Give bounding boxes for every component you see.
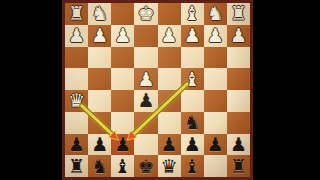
white-pawn-g2: ♟ <box>91 26 108 45</box>
video-frame: ♜♞♚♝♞♜♟♟♟♟♟♟♟♟♝♛♟♞♟♟♟♟♟♟♟♜♞♝♚♛♝♜ <box>0 0 320 180</box>
black-bishop-f8: ♝ <box>114 157 131 176</box>
black-king-e8: ♚ <box>137 157 154 176</box>
square-b7: ♟ <box>204 134 227 156</box>
white-knight-b1: ♞ <box>207 4 224 23</box>
square-c3 <box>181 47 204 69</box>
square-a5 <box>227 90 250 112</box>
square-b2: ♟ <box>204 25 227 47</box>
square-h7: ♟ <box>65 134 88 156</box>
white-knight-g1: ♞ <box>91 4 108 23</box>
square-g8: ♞ <box>88 155 111 177</box>
square-c5 <box>181 90 204 112</box>
black-pawn-b7: ♟ <box>207 135 224 154</box>
square-h4 <box>65 68 88 90</box>
square-f5 <box>111 90 134 112</box>
square-d2: ♟ <box>158 25 181 47</box>
square-h3 <box>65 47 88 69</box>
black-pawn-h7: ♟ <box>68 135 85 154</box>
white-pawn-d2: ♟ <box>161 26 178 45</box>
square-a4 <box>227 68 250 90</box>
square-b3 <box>204 47 227 69</box>
white-rook-a1: ♜ <box>230 4 247 23</box>
white-pawn-b2: ♟ <box>207 26 224 45</box>
square-d1 <box>158 3 181 25</box>
square-e6 <box>134 112 157 134</box>
square-d5 <box>158 90 181 112</box>
white-bishop-c1: ♝ <box>184 4 201 23</box>
square-f7: ♟ <box>111 134 134 156</box>
black-pawn-d7: ♟ <box>161 135 178 154</box>
square-d6 <box>158 112 181 134</box>
square-f8: ♝ <box>111 155 134 177</box>
square-f4 <box>111 68 134 90</box>
white-queen-h5: ♛ <box>68 91 85 110</box>
square-c6: ♞ <box>181 112 204 134</box>
square-c1: ♝ <box>181 3 204 25</box>
square-e5: ♟ <box>134 90 157 112</box>
square-a6 <box>227 112 250 134</box>
square-d7: ♟ <box>158 134 181 156</box>
square-c4: ♝ <box>181 68 204 90</box>
white-pawn-h2: ♟ <box>68 26 85 45</box>
black-pawn-f7: ♟ <box>114 135 131 154</box>
black-pawn-e5: ♟ <box>137 91 154 110</box>
square-f3 <box>111 47 134 69</box>
square-c7: ♟ <box>181 134 204 156</box>
black-rook-h8: ♜ <box>68 157 85 176</box>
square-h2: ♟ <box>65 25 88 47</box>
chess-board: ♜♞♚♝♞♜♟♟♟♟♟♟♟♟♝♛♟♞♟♟♟♟♟♟♟♜♞♝♚♛♝♜ <box>62 0 253 180</box>
black-pawn-a7: ♟ <box>230 135 247 154</box>
square-g4 <box>88 68 111 90</box>
black-bishop-c8: ♝ <box>184 157 201 176</box>
black-rook-a8: ♜ <box>230 157 247 176</box>
black-queen-d8: ♛ <box>161 157 178 176</box>
square-g5 <box>88 90 111 112</box>
square-d8: ♛ <box>158 155 181 177</box>
square-f1 <box>111 3 134 25</box>
square-g7: ♟ <box>88 134 111 156</box>
square-a7: ♟ <box>227 134 250 156</box>
black-knight-g8: ♞ <box>91 157 108 176</box>
square-e1: ♚ <box>134 3 157 25</box>
square-g2: ♟ <box>88 25 111 47</box>
square-g6 <box>88 112 111 134</box>
square-e7 <box>134 134 157 156</box>
square-b6 <box>204 112 227 134</box>
square-a8: ♜ <box>227 155 250 177</box>
square-h8: ♜ <box>65 155 88 177</box>
square-c2: ♟ <box>181 25 204 47</box>
square-a2: ♟ <box>227 25 250 47</box>
black-pawn-c7: ♟ <box>184 135 201 154</box>
square-g1: ♞ <box>88 3 111 25</box>
square-e3 <box>134 47 157 69</box>
black-pawn-g7: ♟ <box>91 135 108 154</box>
square-f6 <box>111 112 134 134</box>
square-b1: ♞ <box>204 3 227 25</box>
white-pawn-e4: ♟ <box>137 70 154 89</box>
white-bishop-c4: ♝ <box>184 70 201 89</box>
white-pawn-f2: ♟ <box>114 26 131 45</box>
square-b8 <box>204 155 227 177</box>
square-d4 <box>158 68 181 90</box>
square-g3 <box>88 47 111 69</box>
square-e4: ♟ <box>134 68 157 90</box>
white-king-e1: ♚ <box>137 4 154 23</box>
white-pawn-a2: ♟ <box>230 26 247 45</box>
square-h6 <box>65 112 88 134</box>
square-c8: ♝ <box>181 155 204 177</box>
white-pawn-c2: ♟ <box>184 26 201 45</box>
square-a1: ♜ <box>227 3 250 25</box>
square-f2: ♟ <box>111 25 134 47</box>
square-d3 <box>158 47 181 69</box>
square-e8: ♚ <box>134 155 157 177</box>
square-a3 <box>227 47 250 69</box>
black-knight-c6: ♞ <box>184 113 201 132</box>
square-h5: ♛ <box>65 90 88 112</box>
board-grid: ♜♞♚♝♞♜♟♟♟♟♟♟♟♟♝♛♟♞♟♟♟♟♟♟♟♜♞♝♚♛♝♜ <box>65 3 250 177</box>
square-b5 <box>204 90 227 112</box>
square-b4 <box>204 68 227 90</box>
white-rook-h1: ♜ <box>68 4 85 23</box>
square-h1: ♜ <box>65 3 88 25</box>
square-e2 <box>134 25 157 47</box>
